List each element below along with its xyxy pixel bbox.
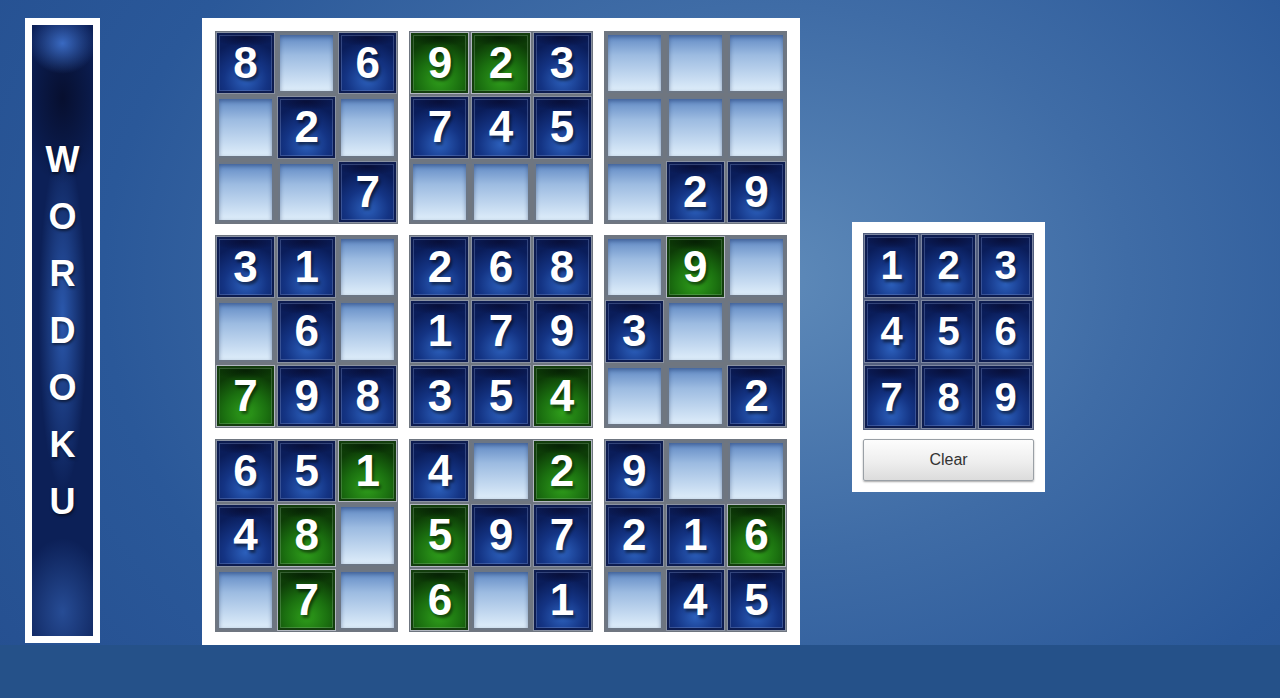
board-box-6: 932	[604, 235, 787, 428]
clear-button[interactable]: Clear	[863, 439, 1034, 481]
pad-digit-9[interactable]: 9	[979, 366, 1032, 428]
cell-r9c7[interactable]	[606, 570, 663, 630]
cell-r7c9[interactable]	[728, 441, 785, 501]
cell-r8c9[interactable]: 6	[728, 505, 785, 565]
cell-r9c1[interactable]	[217, 570, 274, 630]
cell-r4c7[interactable]	[606, 237, 663, 297]
board-box-5: 268179354	[409, 235, 592, 428]
banner-letter-4: D	[50, 302, 76, 359]
cell-r7c5[interactable]	[472, 441, 529, 501]
cell-r7c8[interactable]	[667, 441, 724, 501]
cell-r4c2[interactable]: 1	[278, 237, 335, 297]
cell-r6c9[interactable]: 2	[728, 366, 785, 426]
cell-r8c8[interactable]: 1	[667, 505, 724, 565]
cell-r1c4[interactable]: 9	[411, 33, 468, 93]
cell-r9c5[interactable]	[472, 570, 529, 630]
cell-r2c7[interactable]	[606, 97, 663, 157]
cell-r9c6[interactable]: 1	[534, 570, 591, 630]
cell-r8c2[interactable]: 8	[278, 505, 335, 565]
cell-r2c9[interactable]	[728, 97, 785, 157]
cell-r6c7[interactable]	[606, 366, 663, 426]
cell-r4c6[interactable]: 8	[534, 237, 591, 297]
board-box-7: 651487	[215, 439, 398, 632]
app-background: { "game": "sudoku", "app_title": "WORDOK…	[0, 0, 1280, 698]
cell-r7c1[interactable]: 6	[217, 441, 274, 501]
cell-r3c3[interactable]: 7	[339, 162, 396, 222]
cell-r5c7[interactable]: 3	[606, 301, 663, 361]
cell-r6c4[interactable]: 3	[411, 366, 468, 426]
cell-r2c5[interactable]: 4	[472, 97, 529, 157]
cell-r4c5[interactable]: 6	[472, 237, 529, 297]
pad-digit-5[interactable]: 5	[922, 301, 975, 363]
cell-r7c2[interactable]: 5	[278, 441, 335, 501]
cell-r5c6[interactable]: 9	[534, 301, 591, 361]
pad-digit-2[interactable]: 2	[922, 235, 975, 297]
pad-digit-6[interactable]: 6	[979, 301, 1032, 363]
cell-r7c7[interactable]: 9	[606, 441, 663, 501]
cell-r1c2[interactable]	[278, 33, 335, 93]
cell-r9c2[interactable]: 7	[278, 570, 335, 630]
board-box-2: 923745	[409, 31, 592, 224]
board-box-9: 921645	[604, 439, 787, 632]
cell-r9c4[interactable]: 6	[411, 570, 468, 630]
cell-r1c7[interactable]	[606, 33, 663, 93]
cell-r4c8[interactable]: 9	[667, 237, 724, 297]
footer-bar	[0, 645, 1280, 698]
cell-r8c1[interactable]: 4	[217, 505, 274, 565]
cell-r5c4[interactable]: 1	[411, 301, 468, 361]
cell-r3c9[interactable]: 9	[728, 162, 785, 222]
pad-digit-4[interactable]: 4	[865, 301, 918, 363]
cell-r2c1[interactable]	[217, 97, 274, 157]
cell-r9c3[interactable]	[339, 570, 396, 630]
cell-r2c3[interactable]	[339, 97, 396, 157]
cell-r3c4[interactable]	[411, 162, 468, 222]
cell-r8c3[interactable]	[339, 505, 396, 565]
cell-r5c1[interactable]	[217, 301, 274, 361]
cell-r9c9[interactable]: 5	[728, 570, 785, 630]
cell-r9c8[interactable]: 4	[667, 570, 724, 630]
board-box-8: 4259761	[409, 439, 592, 632]
number-pad: 123456789 Clear	[852, 222, 1045, 492]
cell-r4c3[interactable]	[339, 237, 396, 297]
cell-r6c1[interactable]: 7	[217, 366, 274, 426]
banner-letter-1: W	[46, 131, 80, 188]
board-box-1: 8627	[215, 31, 398, 224]
cell-r8c5[interactable]: 9	[472, 505, 529, 565]
pad-digit-3[interactable]: 3	[979, 235, 1032, 297]
number-pad-grid: 123456789	[863, 233, 1034, 430]
cell-r1c9[interactable]	[728, 33, 785, 93]
cell-r8c4[interactable]: 5	[411, 505, 468, 565]
cell-r2c8[interactable]	[667, 97, 724, 157]
cell-r4c4[interactable]: 2	[411, 237, 468, 297]
cell-r5c5[interactable]: 7	[472, 301, 529, 361]
cell-r2c2[interactable]: 2	[278, 97, 335, 157]
cell-r7c3[interactable]: 1	[339, 441, 396, 501]
cell-r4c9[interactable]	[728, 237, 785, 297]
cell-r2c4[interactable]: 7	[411, 97, 468, 157]
cell-r6c8[interactable]	[667, 366, 724, 426]
cell-r2c6[interactable]: 5	[534, 97, 591, 157]
cell-r1c1[interactable]: 8	[217, 33, 274, 93]
cell-r6c2[interactable]: 9	[278, 366, 335, 426]
cell-r1c8[interactable]	[667, 33, 724, 93]
cell-r5c2[interactable]: 6	[278, 301, 335, 361]
cell-r6c3[interactable]: 8	[339, 366, 396, 426]
banner-letter-7: U	[50, 473, 76, 530]
banner-letter-2: O	[48, 188, 76, 245]
cell-r3c6[interactable]	[534, 162, 591, 222]
wordoku-banner: WORDOKU	[25, 18, 100, 643]
cell-r1c5[interactable]: 2	[472, 33, 529, 93]
cell-r7c4[interactable]: 4	[411, 441, 468, 501]
cell-r6c6[interactable]: 4	[534, 366, 591, 426]
cell-r4c1[interactable]: 3	[217, 237, 274, 297]
cell-r5c3[interactable]	[339, 301, 396, 361]
board-box-3: 29	[604, 31, 787, 224]
cell-r3c7[interactable]	[606, 162, 663, 222]
cell-r3c8[interactable]: 2	[667, 162, 724, 222]
pad-digit-8[interactable]: 8	[922, 366, 975, 428]
board-box-4: 316798	[215, 235, 398, 428]
cell-r5c8[interactable]	[667, 301, 724, 361]
banner-letter-3: R	[50, 245, 76, 302]
pad-digit-7[interactable]: 7	[865, 366, 918, 428]
banner-letter-5: O	[48, 359, 76, 416]
cell-r6c5[interactable]: 5	[472, 366, 529, 426]
cell-r8c6[interactable]: 7	[534, 505, 591, 565]
cell-r1c6[interactable]: 3	[534, 33, 591, 93]
banner-letter-6: K	[50, 416, 76, 473]
cell-r8c7[interactable]: 2	[606, 505, 663, 565]
cell-r3c2[interactable]	[278, 162, 335, 222]
cell-r3c5[interactable]	[472, 162, 529, 222]
cell-r5c9[interactable]	[728, 301, 785, 361]
sudoku-board: 8627923745293167982681793549326514874259…	[202, 18, 800, 645]
wordoku-banner-panel: WORDOKU	[32, 25, 93, 636]
cell-r3c1[interactable]	[217, 162, 274, 222]
cell-r7c6[interactable]: 2	[534, 441, 591, 501]
cell-r1c3[interactable]: 6	[339, 33, 396, 93]
pad-digit-1[interactable]: 1	[865, 235, 918, 297]
